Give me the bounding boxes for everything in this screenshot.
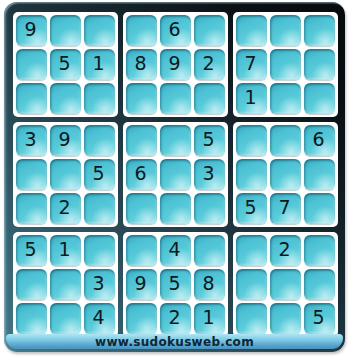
box-3-1: 5134 (13, 232, 118, 337)
given-digit: 3 (202, 164, 214, 183)
footer-bar: www.sudokusweb.com (6, 334, 343, 349)
cell-r7c4[interactable] (126, 235, 157, 266)
cell-r6c6[interactable] (194, 193, 225, 224)
cell-r8c7[interactable] (236, 269, 267, 300)
cell-r5c7[interactable] (236, 159, 267, 190)
cell-r1c2[interactable] (50, 15, 81, 46)
given-digit: 5 (244, 198, 256, 217)
cell-r6c2[interactable]: 2 (50, 193, 81, 224)
box-1-2: 6892 (123, 12, 228, 117)
cell-r5c2[interactable] (50, 159, 81, 190)
sudoku-page: 9516892713952563657513449582125 www.sudo… (0, 0, 350, 360)
cell-r5c5[interactable] (160, 159, 191, 190)
cell-r8c5[interactable]: 5 (160, 269, 191, 300)
cell-r6c7[interactable]: 5 (236, 193, 267, 224)
cell-r7c8[interactable]: 2 (270, 235, 301, 266)
cell-r3c1[interactable] (16, 83, 47, 114)
cell-r3c2[interactable] (50, 83, 81, 114)
cell-r9c3[interactable]: 4 (84, 303, 115, 334)
cell-r8c2[interactable] (50, 269, 81, 300)
cell-r3c9[interactable] (304, 83, 335, 114)
cell-r4c1[interactable]: 3 (16, 125, 47, 156)
cell-r1c3[interactable] (84, 15, 115, 46)
given-digit: 8 (134, 54, 146, 73)
given-digit: 4 (92, 308, 104, 327)
cell-r1c7[interactable] (236, 15, 267, 46)
given-digit: 3 (92, 274, 104, 293)
given-digit: 5 (312, 308, 324, 327)
board-frame: 9516892713952563657513449582125 www.sudo… (4, 2, 345, 352)
box-2-2: 563 (123, 122, 228, 227)
website-url: www.sudokusweb.com (95, 335, 254, 349)
cell-r8c1[interactable] (16, 269, 47, 300)
cell-r1c6[interactable] (194, 15, 225, 46)
cell-r4c8[interactable] (270, 125, 301, 156)
cell-r9c2[interactable] (50, 303, 81, 334)
cell-r9c7[interactable] (236, 303, 267, 334)
given-digit: 6 (134, 164, 146, 183)
cell-r9c4[interactable] (126, 303, 157, 334)
cell-r7c1[interactable]: 5 (16, 235, 47, 266)
given-digit: 5 (24, 240, 36, 259)
cell-r5c4[interactable]: 6 (126, 159, 157, 190)
cell-r4c7[interactable] (236, 125, 267, 156)
cell-r4c4[interactable] (126, 125, 157, 156)
cell-r2c5[interactable]: 9 (160, 49, 191, 80)
given-digit: 7 (244, 54, 256, 73)
cell-r4c3[interactable] (84, 125, 115, 156)
cell-r7c2[interactable]: 1 (50, 235, 81, 266)
cell-r8c8[interactable] (270, 269, 301, 300)
given-digit: 5 (92, 164, 104, 183)
cell-r5c8[interactable] (270, 159, 301, 190)
cell-r2c6[interactable]: 2 (194, 49, 225, 80)
given-digit: 9 (168, 54, 180, 73)
cell-r6c4[interactable] (126, 193, 157, 224)
cell-r7c5[interactable]: 4 (160, 235, 191, 266)
cell-r9c5[interactable]: 2 (160, 303, 191, 334)
cell-r1c4[interactable] (126, 15, 157, 46)
given-digit: 2 (278, 240, 290, 259)
cell-r4c5[interactable] (160, 125, 191, 156)
given-digit: 9 (134, 274, 146, 293)
box-1-1: 951 (13, 12, 118, 117)
cell-r5c9[interactable] (304, 159, 335, 190)
box-1-3: 71 (233, 12, 338, 117)
given-digit: 3 (24, 130, 36, 149)
given-digit: 5 (202, 130, 214, 149)
box-3-2: 495821 (123, 232, 228, 337)
cell-r9c9[interactable]: 5 (304, 303, 335, 334)
given-digit: 5 (58, 54, 70, 73)
cell-r2c7[interactable]: 7 (236, 49, 267, 80)
cell-r4c6[interactable]: 5 (194, 125, 225, 156)
cell-r7c6[interactable] (194, 235, 225, 266)
given-digit: 9 (58, 130, 70, 149)
given-digit: 7 (278, 198, 290, 217)
cell-r1c5[interactable]: 6 (160, 15, 191, 46)
box-2-1: 3952 (13, 122, 118, 227)
cell-r7c7[interactable] (236, 235, 267, 266)
cell-r9c6[interactable]: 1 (194, 303, 225, 334)
given-digit: 9 (24, 20, 36, 39)
cell-r3c3[interactable] (84, 83, 115, 114)
cell-r2c3[interactable]: 1 (84, 49, 115, 80)
given-digit: 1 (244, 88, 256, 107)
cell-r1c1[interactable]: 9 (16, 15, 47, 46)
cell-r1c8[interactable] (270, 15, 301, 46)
cell-r8c6[interactable]: 8 (194, 269, 225, 300)
cell-r6c3[interactable] (84, 193, 115, 224)
given-digit: 2 (58, 198, 70, 217)
given-digit: 2 (168, 308, 180, 327)
cell-r8c4[interactable]: 9 (126, 269, 157, 300)
cell-r3c6[interactable] (194, 83, 225, 114)
given-digit: 6 (312, 130, 324, 149)
cell-r2c8[interactable] (270, 49, 301, 80)
cell-r5c6[interactable]: 3 (194, 159, 225, 190)
cell-r2c4[interactable]: 8 (126, 49, 157, 80)
box-2-3: 657 (233, 122, 338, 227)
box-3-3: 25 (233, 232, 338, 337)
given-digit: 8 (202, 274, 214, 293)
cell-r3c7[interactable]: 1 (236, 83, 267, 114)
cell-r7c9[interactable] (304, 235, 335, 266)
cell-r2c1[interactable] (16, 49, 47, 80)
cell-r8c3[interactable]: 3 (84, 269, 115, 300)
given-digit: 1 (92, 54, 104, 73)
cell-r7c3[interactable] (84, 235, 115, 266)
cell-r5c1[interactable] (16, 159, 47, 190)
given-digit: 4 (168, 240, 180, 259)
cell-r6c1[interactable] (16, 193, 47, 224)
given-digit: 5 (168, 274, 180, 293)
given-digit: 1 (58, 240, 70, 259)
cell-r4c9[interactable]: 6 (304, 125, 335, 156)
given-digit: 6 (168, 20, 180, 39)
cell-r3c8[interactable] (270, 83, 301, 114)
cell-r3c5[interactable] (160, 83, 191, 114)
given-digit: 2 (202, 54, 214, 73)
cell-r1c9[interactable] (304, 15, 335, 46)
cell-r3c4[interactable] (126, 83, 157, 114)
sudoku-board: 9516892713952563657513449582125 (13, 12, 338, 337)
cell-r2c2[interactable]: 5 (50, 49, 81, 80)
cell-r2c9[interactable] (304, 49, 335, 80)
cell-r9c1[interactable] (16, 303, 47, 334)
cell-r6c8[interactable]: 7 (270, 193, 301, 224)
cell-r8c9[interactable] (304, 269, 335, 300)
given-digit: 1 (202, 308, 214, 327)
cell-r4c2[interactable]: 9 (50, 125, 81, 156)
cell-r9c8[interactable] (270, 303, 301, 334)
cell-r6c5[interactable] (160, 193, 191, 224)
cell-r5c3[interactable]: 5 (84, 159, 115, 190)
cell-r6c9[interactable] (304, 193, 335, 224)
